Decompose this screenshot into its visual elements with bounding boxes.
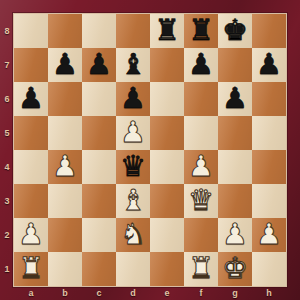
piece-white-pawn-a2[interactable]: ♟: [18, 217, 44, 251]
square-c5[interactable]: [82, 116, 116, 150]
piece-white-knight-d2[interactable]: ♞: [120, 217, 146, 251]
chess-board: ♜♜♚♟♟♝♟♟♟♟♟♟♟♛♟♝♛♟♞♟♟♜♜♚: [14, 14, 286, 286]
square-h2[interactable]: ♟: [252, 218, 286, 252]
square-f8[interactable]: ♜: [184, 14, 218, 48]
piece-white-king-g1[interactable]: ♚: [222, 251, 248, 285]
square-a4[interactable]: [14, 150, 48, 184]
square-g1[interactable]: ♚: [218, 252, 252, 286]
file-labels: abcdefgh: [14, 286, 286, 300]
square-g6[interactable]: ♟: [218, 82, 252, 116]
piece-black-queen-d4[interactable]: ♛: [120, 149, 146, 183]
square-b2[interactable]: [48, 218, 82, 252]
square-e6[interactable]: [150, 82, 184, 116]
piece-black-pawn-d6[interactable]: ♟: [120, 81, 146, 115]
square-g5[interactable]: [218, 116, 252, 150]
piece-white-rook-f1[interactable]: ♜: [188, 251, 214, 285]
piece-black-pawn-a6[interactable]: ♟: [18, 81, 44, 115]
file-label-b: b: [48, 286, 82, 300]
square-b5[interactable]: [48, 116, 82, 150]
piece-black-rook-f8[interactable]: ♜: [188, 13, 214, 47]
square-d3[interactable]: ♝: [116, 184, 150, 218]
piece-black-pawn-f7[interactable]: ♟: [188, 47, 214, 81]
piece-white-pawn-d5[interactable]: ♟: [120, 115, 146, 149]
file-label-h: h: [252, 286, 286, 300]
rank-label-1: 1: [0, 252, 14, 286]
piece-white-pawn-f4[interactable]: ♟: [188, 149, 214, 183]
file-label-a: a: [14, 286, 48, 300]
square-f5[interactable]: [184, 116, 218, 150]
square-c1[interactable]: [82, 252, 116, 286]
square-b4[interactable]: ♟: [48, 150, 82, 184]
square-d2[interactable]: ♞: [116, 218, 150, 252]
square-e2[interactable]: [150, 218, 184, 252]
square-a7[interactable]: [14, 48, 48, 82]
rank-label-2: 2: [0, 218, 14, 252]
square-e3[interactable]: [150, 184, 184, 218]
piece-black-rook-e8[interactable]: ♜: [154, 13, 180, 47]
piece-white-pawn-b4[interactable]: ♟: [52, 149, 78, 183]
rank-label-8: 8: [0, 14, 14, 48]
piece-white-pawn-h2[interactable]: ♟: [256, 217, 282, 251]
square-d4[interactable]: ♛: [116, 150, 150, 184]
square-a6[interactable]: ♟: [14, 82, 48, 116]
square-g4[interactable]: [218, 150, 252, 184]
chessboard-frame: 87654321 ♜♜♚♟♟♝♟♟♟♟♟♟♟♛♟♝♛♟♞♟♟♜♜♚ abcdef…: [0, 0, 300, 300]
square-h8[interactable]: [252, 14, 286, 48]
square-c6[interactable]: [82, 82, 116, 116]
piece-black-pawn-h7[interactable]: ♟: [256, 47, 282, 81]
square-a8[interactable]: [14, 14, 48, 48]
rank-label-5: 5: [0, 116, 14, 150]
square-b3[interactable]: [48, 184, 82, 218]
square-h7[interactable]: ♟: [252, 48, 286, 82]
square-d1[interactable]: [116, 252, 150, 286]
square-a2[interactable]: ♟: [14, 218, 48, 252]
square-b1[interactable]: [48, 252, 82, 286]
piece-black-pawn-c7[interactable]: ♟: [86, 47, 112, 81]
square-b8[interactable]: [48, 14, 82, 48]
square-g3[interactable]: [218, 184, 252, 218]
square-c8[interactable]: [82, 14, 116, 48]
square-d5[interactable]: ♟: [116, 116, 150, 150]
square-a1[interactable]: ♜: [14, 252, 48, 286]
piece-black-pawn-g6[interactable]: ♟: [222, 81, 248, 115]
rank-labels: 87654321: [0, 14, 14, 286]
square-e5[interactable]: [150, 116, 184, 150]
piece-white-queen-f3[interactable]: ♛: [188, 183, 214, 217]
piece-white-rook-a1[interactable]: ♜: [18, 251, 44, 285]
piece-black-pawn-b7[interactable]: ♟: [52, 47, 78, 81]
square-h3[interactable]: [252, 184, 286, 218]
square-f2[interactable]: [184, 218, 218, 252]
square-f1[interactable]: ♜: [184, 252, 218, 286]
piece-black-king-g8[interactable]: ♚: [222, 13, 248, 47]
file-label-e: e: [150, 286, 184, 300]
square-h6[interactable]: [252, 82, 286, 116]
square-h4[interactable]: [252, 150, 286, 184]
rank-label-4: 4: [0, 150, 14, 184]
square-a3[interactable]: [14, 184, 48, 218]
square-c2[interactable]: [82, 218, 116, 252]
square-e1[interactable]: [150, 252, 184, 286]
square-f4[interactable]: ♟: [184, 150, 218, 184]
file-label-d: d: [116, 286, 150, 300]
rank-label-3: 3: [0, 184, 14, 218]
square-h1[interactable]: [252, 252, 286, 286]
square-h5[interactable]: [252, 116, 286, 150]
square-f3[interactable]: ♛: [184, 184, 218, 218]
square-f6[interactable]: [184, 82, 218, 116]
piece-white-pawn-g2[interactable]: ♟: [222, 217, 248, 251]
file-label-c: c: [82, 286, 116, 300]
square-e7[interactable]: [150, 48, 184, 82]
square-c4[interactable]: [82, 150, 116, 184]
square-g8[interactable]: ♚: [218, 14, 252, 48]
square-c3[interactable]: [82, 184, 116, 218]
rank-label-6: 6: [0, 82, 14, 116]
piece-black-bishop-d7[interactable]: ♝: [120, 47, 146, 81]
square-d6[interactable]: ♟: [116, 82, 150, 116]
square-g7[interactable]: [218, 48, 252, 82]
square-b6[interactable]: [48, 82, 82, 116]
square-c7[interactable]: ♟: [82, 48, 116, 82]
square-e8[interactable]: ♜: [150, 14, 184, 48]
square-g2[interactable]: ♟: [218, 218, 252, 252]
square-f7[interactable]: ♟: [184, 48, 218, 82]
square-d8[interactable]: [116, 14, 150, 48]
piece-white-bishop-d3[interactable]: ♝: [120, 183, 146, 217]
square-b7[interactable]: ♟: [48, 48, 82, 82]
file-label-f: f: [184, 286, 218, 300]
file-label-g: g: [218, 286, 252, 300]
square-a5[interactable]: [14, 116, 48, 150]
square-d7[interactable]: ♝: [116, 48, 150, 82]
rank-label-7: 7: [0, 48, 14, 82]
square-e4[interactable]: [150, 150, 184, 184]
